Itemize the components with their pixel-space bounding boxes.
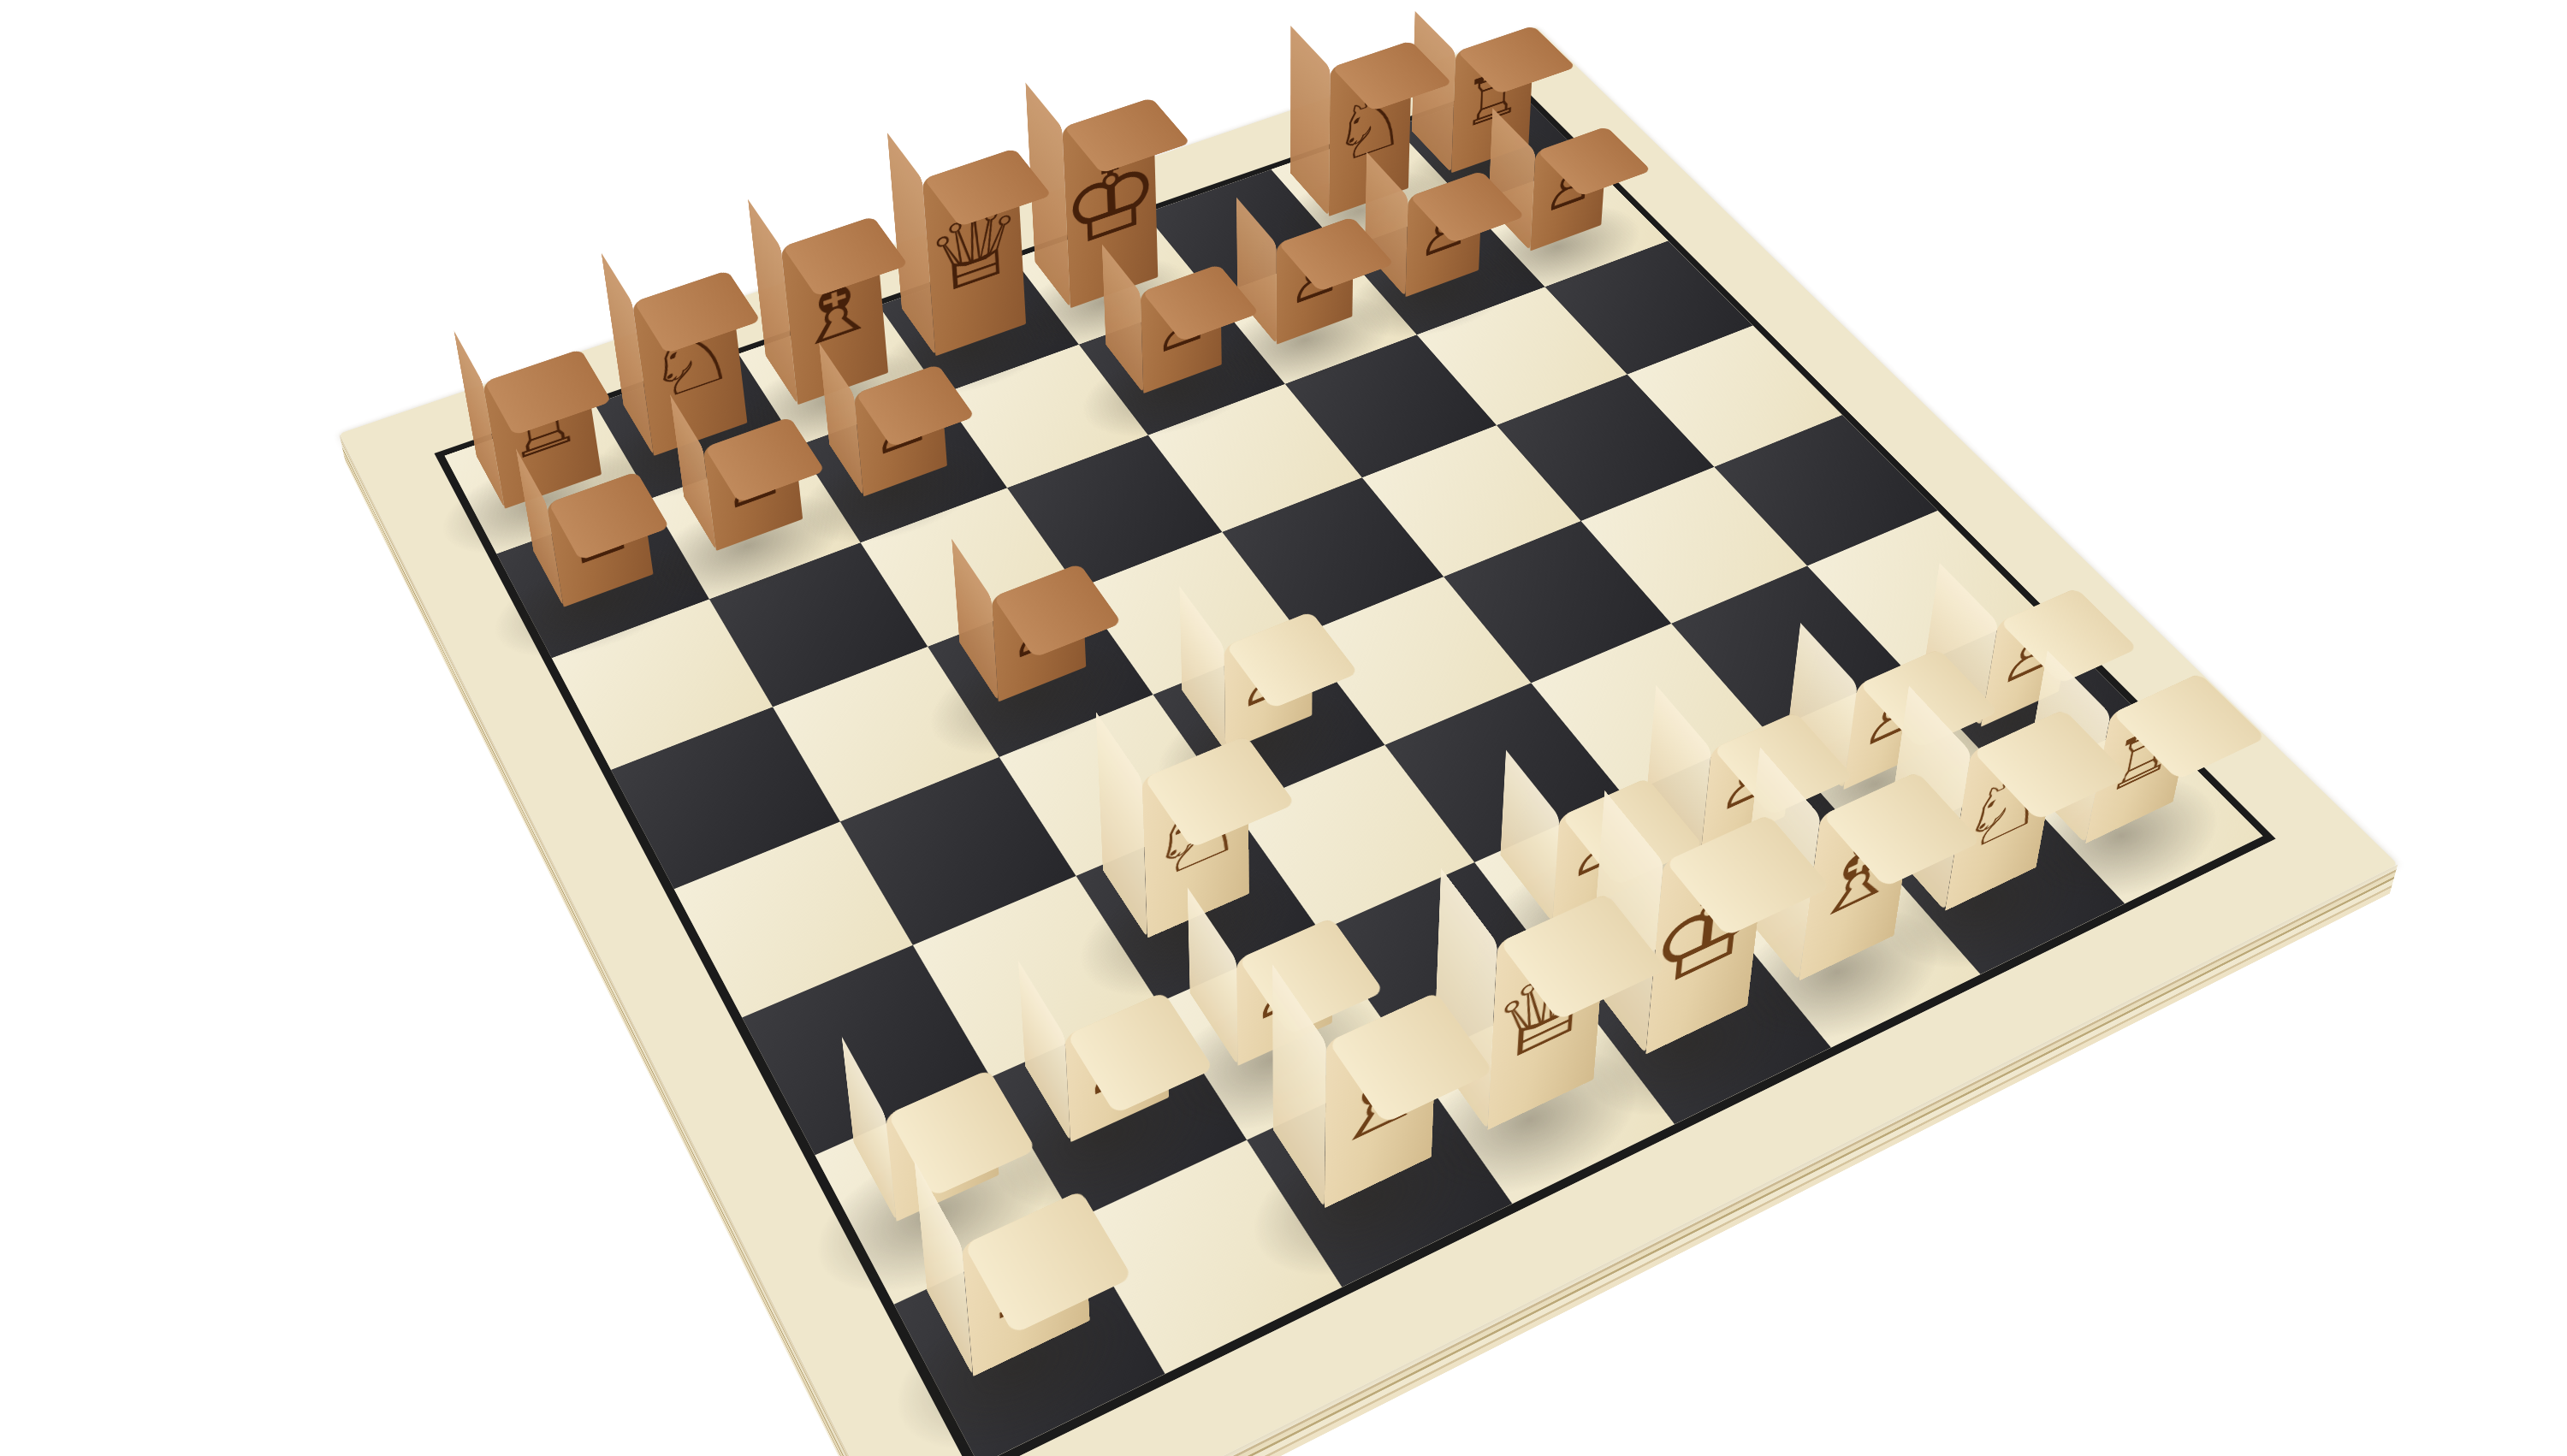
bishop-engraving-icon: ♗ <box>1806 809 1912 939</box>
pawn-engraving-icon: ♙ <box>1082 1021 1153 1108</box>
pawn-engraving-icon: ♙ <box>1006 591 1071 670</box>
rook-engraving-icon: ♖ <box>978 1225 1075 1336</box>
black-queen-block: ♕ <box>922 148 1026 356</box>
knight-engraving-icon: ♘ <box>1147 772 1246 897</box>
queen-engraving-icon: ♕ <box>1487 933 1609 1085</box>
photo-background: ♖♘♗♕♔♘♖♙♙♙♙♙♙♙♙♙♘♙♙♙♙♙♙♙♖♗♕♔♗♘♖ <box>0 0 2567 1456</box>
pawn-engraving-icon: ♙ <box>1417 197 1470 267</box>
pawn-engraving-icon: ♙ <box>720 444 787 519</box>
queen-engraving-icon: ♕ <box>922 186 1026 312</box>
pawn-engraving-icon: ♙ <box>1153 291 1210 364</box>
king-engraving-icon: ♔ <box>1645 855 1770 1009</box>
pawn-engraving-icon: ♙ <box>1238 640 1300 719</box>
bishop-engraving-icon: ♗ <box>786 252 884 364</box>
rook-engraving-icon: ♖ <box>499 381 585 473</box>
pawn-engraving-icon: ♙ <box>1543 152 1596 222</box>
knight-engraving-icon: ♘ <box>640 305 740 416</box>
rook-engraving-icon: ♖ <box>2102 706 2185 806</box>
perspective-camera: ♖♘♗♕♔♘♖♙♙♙♙♙♙♙♙♙♘♙♙♙♙♙♙♙♖♗♕♔♗♘♖ <box>0 0 2567 1456</box>
king-engraving-icon: ♔ <box>1060 137 1160 264</box>
pawn-engraving-icon: ♙ <box>1289 243 1343 314</box>
pawn-engraving-icon: ♙ <box>565 499 637 575</box>
pawn-engraving-icon: ♙ <box>869 391 933 465</box>
bishop-engraving-icon: ♗ <box>1326 1030 1435 1166</box>
white-pawn-block: ♙ <box>1224 611 1313 751</box>
chess-board: ♖♘♗♕♔♘♖♙♙♙♙♙♙♙♙♙♘♙♙♙♙♙♙♙♖♗♕♔♗♘♖ <box>340 27 2398 1456</box>
